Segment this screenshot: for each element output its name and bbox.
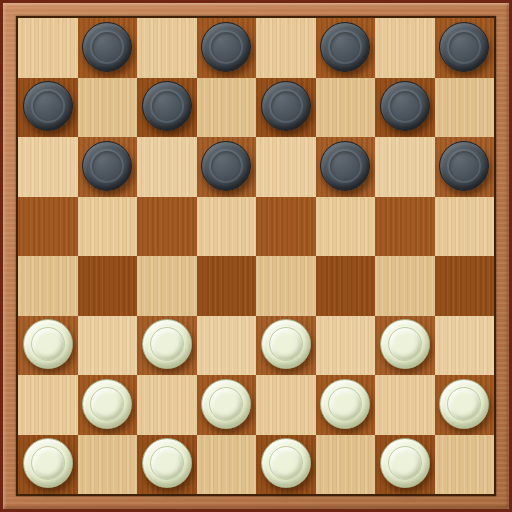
square-b4[interactable] bbox=[78, 256, 138, 316]
dark-piece[interactable] bbox=[82, 141, 132, 191]
square-c7[interactable] bbox=[137, 78, 197, 138]
dark-piece[interactable] bbox=[261, 81, 311, 131]
dark-piece[interactable] bbox=[320, 22, 370, 72]
square-c8[interactable] bbox=[137, 18, 197, 78]
square-e7[interactable] bbox=[256, 78, 316, 138]
square-h2[interactable] bbox=[435, 375, 495, 435]
dark-piece[interactable] bbox=[82, 22, 132, 72]
square-b2[interactable] bbox=[78, 375, 138, 435]
square-d5[interactable] bbox=[197, 197, 257, 257]
square-b8[interactable] bbox=[78, 18, 138, 78]
light-piece[interactable] bbox=[261, 438, 311, 488]
square-f8[interactable] bbox=[316, 18, 376, 78]
square-e1[interactable] bbox=[256, 435, 316, 495]
dark-piece[interactable] bbox=[23, 81, 73, 131]
square-b6[interactable] bbox=[78, 137, 138, 197]
square-g3[interactable] bbox=[375, 316, 435, 376]
square-e2[interactable] bbox=[256, 375, 316, 435]
square-h4[interactable] bbox=[435, 256, 495, 316]
square-a2[interactable] bbox=[18, 375, 78, 435]
light-piece[interactable] bbox=[261, 319, 311, 369]
square-a8[interactable] bbox=[18, 18, 78, 78]
square-e6[interactable] bbox=[256, 137, 316, 197]
light-piece[interactable] bbox=[380, 319, 430, 369]
square-d7[interactable] bbox=[197, 78, 257, 138]
square-g2[interactable] bbox=[375, 375, 435, 435]
square-b5[interactable] bbox=[78, 197, 138, 257]
square-h8[interactable] bbox=[435, 18, 495, 78]
square-e4[interactable] bbox=[256, 256, 316, 316]
dark-piece[interactable] bbox=[142, 81, 192, 131]
square-h5[interactable] bbox=[435, 197, 495, 257]
light-piece[interactable] bbox=[439, 379, 489, 429]
board-frame bbox=[0, 0, 512, 512]
dark-piece[interactable] bbox=[201, 22, 251, 72]
square-b1[interactable] bbox=[78, 435, 138, 495]
square-d8[interactable] bbox=[197, 18, 257, 78]
light-piece[interactable] bbox=[142, 438, 192, 488]
square-h1[interactable] bbox=[435, 435, 495, 495]
light-piece[interactable] bbox=[23, 438, 73, 488]
square-d2[interactable] bbox=[197, 375, 257, 435]
square-h3[interactable] bbox=[435, 316, 495, 376]
square-e3[interactable] bbox=[256, 316, 316, 376]
square-g4[interactable] bbox=[375, 256, 435, 316]
board-groove bbox=[16, 16, 496, 496]
square-b3[interactable] bbox=[78, 316, 138, 376]
dark-piece[interactable] bbox=[380, 81, 430, 131]
light-piece[interactable] bbox=[201, 379, 251, 429]
square-c1[interactable] bbox=[137, 435, 197, 495]
square-f7[interactable] bbox=[316, 78, 376, 138]
square-f3[interactable] bbox=[316, 316, 376, 376]
square-c5[interactable] bbox=[137, 197, 197, 257]
square-c3[interactable] bbox=[137, 316, 197, 376]
dark-piece[interactable] bbox=[439, 141, 489, 191]
square-e5[interactable] bbox=[256, 197, 316, 257]
square-c4[interactable] bbox=[137, 256, 197, 316]
square-g6[interactable] bbox=[375, 137, 435, 197]
dark-piece[interactable] bbox=[201, 141, 251, 191]
square-g1[interactable] bbox=[375, 435, 435, 495]
square-g7[interactable] bbox=[375, 78, 435, 138]
checkers-board bbox=[18, 18, 494, 494]
square-d4[interactable] bbox=[197, 256, 257, 316]
square-c2[interactable] bbox=[137, 375, 197, 435]
square-h6[interactable] bbox=[435, 137, 495, 197]
light-piece[interactable] bbox=[23, 319, 73, 369]
square-d6[interactable] bbox=[197, 137, 257, 197]
square-g8[interactable] bbox=[375, 18, 435, 78]
square-f1[interactable] bbox=[316, 435, 376, 495]
square-a6[interactable] bbox=[18, 137, 78, 197]
square-f5[interactable] bbox=[316, 197, 376, 257]
square-f4[interactable] bbox=[316, 256, 376, 316]
square-g5[interactable] bbox=[375, 197, 435, 257]
checkers-app bbox=[0, 0, 512, 512]
square-f6[interactable] bbox=[316, 137, 376, 197]
square-d1[interactable] bbox=[197, 435, 257, 495]
light-piece[interactable] bbox=[142, 319, 192, 369]
light-piece[interactable] bbox=[380, 438, 430, 488]
square-a5[interactable] bbox=[18, 197, 78, 257]
light-piece[interactable] bbox=[82, 379, 132, 429]
square-b7[interactable] bbox=[78, 78, 138, 138]
square-e8[interactable] bbox=[256, 18, 316, 78]
square-c6[interactable] bbox=[137, 137, 197, 197]
square-d3[interactable] bbox=[197, 316, 257, 376]
square-a7[interactable] bbox=[18, 78, 78, 138]
square-h7[interactable] bbox=[435, 78, 495, 138]
square-a1[interactable] bbox=[18, 435, 78, 495]
square-f2[interactable] bbox=[316, 375, 376, 435]
dark-piece[interactable] bbox=[320, 141, 370, 191]
light-piece[interactable] bbox=[320, 379, 370, 429]
square-a3[interactable] bbox=[18, 316, 78, 376]
square-a4[interactable] bbox=[18, 256, 78, 316]
dark-piece[interactable] bbox=[439, 22, 489, 72]
